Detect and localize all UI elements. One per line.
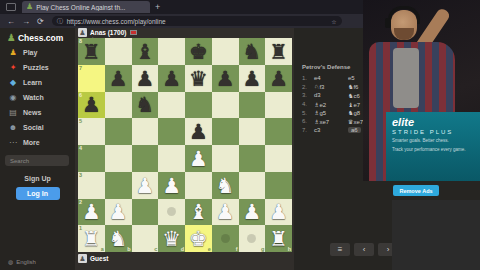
square-b6[interactable] bbox=[105, 92, 132, 119]
square-h3[interactable] bbox=[265, 172, 292, 199]
remove-ads-button[interactable]: Remove Ads bbox=[393, 185, 439, 196]
log-in-button[interactable]: Log In bbox=[16, 187, 60, 200]
menu-button[interactable]: ≡ bbox=[330, 243, 350, 256]
rank-label: 7 bbox=[79, 65, 82, 71]
file-label: h bbox=[288, 246, 291, 252]
news-icon: ▤ bbox=[8, 108, 18, 117]
streamer-shirt bbox=[393, 48, 419, 108]
player-bar: ♟ Guest bbox=[78, 254, 108, 263]
square-c1[interactable]: c bbox=[132, 225, 159, 252]
black-rook[interactable]: ♜ bbox=[82, 41, 101, 62]
sidebar-item-label: More bbox=[23, 139, 40, 146]
square-f7[interactable]: ♟ bbox=[212, 65, 239, 92]
sidebar-item-label: Learn bbox=[23, 79, 42, 86]
square-b3[interactable] bbox=[105, 172, 132, 199]
file-label: f bbox=[236, 246, 238, 252]
square-f8[interactable] bbox=[212, 38, 239, 65]
streamer-webcam: elite STRIDE PLUS Smarter goals. Better … bbox=[363, 0, 480, 181]
square-g5[interactable] bbox=[239, 118, 266, 145]
watch-icon: ◉ bbox=[8, 93, 18, 102]
sidebar-item-watch[interactable]: ◉Watch bbox=[0, 90, 75, 105]
square-f2[interactable]: ♟ bbox=[212, 199, 239, 226]
black-knight[interactable]: ♞ bbox=[242, 41, 261, 62]
black-rook[interactable]: ♜ bbox=[269, 41, 288, 62]
sidebar-item-more[interactable]: ⋯More bbox=[0, 135, 75, 150]
file-label: a bbox=[101, 246, 104, 252]
headphones-icon bbox=[388, 6, 420, 24]
white-knight[interactable]: ♞ bbox=[109, 228, 128, 249]
square-a6[interactable]: 6♟ bbox=[78, 92, 105, 119]
step-back-button[interactable]: ‹ bbox=[354, 243, 374, 256]
rank-label: 3 bbox=[79, 172, 82, 178]
square-d6[interactable] bbox=[158, 92, 185, 119]
square-b1[interactable]: b♞ bbox=[105, 225, 132, 252]
square-h7[interactable]: ♟ bbox=[265, 65, 292, 92]
chesscom-favicon: ♟ bbox=[26, 3, 33, 11]
move-number: 7. bbox=[302, 127, 314, 133]
square-d3[interactable]: ♟ bbox=[158, 172, 185, 199]
sidebar-item-label: Puzzles bbox=[23, 64, 49, 71]
white-pawn[interactable]: ♟ bbox=[109, 201, 128, 222]
move-number: 1. bbox=[302, 75, 314, 81]
file-label: g bbox=[261, 246, 264, 252]
square-d7[interactable]: ♟ bbox=[158, 65, 185, 92]
legal-move-dot[interactable] bbox=[221, 234, 230, 243]
sidebar-item-social[interactable]: ☻Social bbox=[0, 120, 75, 135]
square-g2[interactable]: ♟ bbox=[239, 199, 266, 226]
bookmark-star-icon[interactable]: ☆ bbox=[331, 18, 336, 25]
white-move[interactable]: c3 bbox=[314, 127, 348, 133]
white-knight[interactable]: ♞ bbox=[216, 175, 235, 196]
legal-move-dot[interactable] bbox=[247, 234, 256, 243]
white-move[interactable]: d3 bbox=[314, 92, 348, 98]
square-e7[interactable]: ♛ bbox=[185, 65, 212, 92]
black-pawn[interactable]: ♟ bbox=[82, 94, 101, 115]
square-a2[interactable]: 2♟ bbox=[78, 199, 105, 226]
white-bishop[interactable]: ♝ bbox=[189, 201, 208, 222]
square-b8[interactable] bbox=[105, 38, 132, 65]
white-move[interactable]: ♗xe7 bbox=[314, 118, 348, 125]
rank-label: 2 bbox=[79, 199, 82, 205]
white-pawn[interactable]: ♟ bbox=[82, 201, 101, 222]
white-pawn[interactable]: ♟ bbox=[135, 175, 154, 196]
file-label: b bbox=[127, 246, 130, 252]
square-h6[interactable] bbox=[265, 92, 292, 119]
rank-label: 8 bbox=[79, 38, 82, 44]
firefox-view-icon[interactable] bbox=[6, 3, 16, 11]
headphone-earcup bbox=[385, 18, 391, 28]
square-e8[interactable]: ♚ bbox=[185, 38, 212, 65]
square-g1[interactable]: g bbox=[239, 225, 266, 252]
player-avatar[interactable]: ♟ bbox=[78, 254, 87, 263]
ad-subtitle: STRIDE PLUS bbox=[392, 129, 474, 135]
rank-label: 6 bbox=[79, 92, 82, 98]
logo-pawn-icon: ♟ bbox=[7, 32, 16, 43]
white-queen[interactable]: ♛ bbox=[162, 228, 181, 249]
square-h1[interactable]: h♜ bbox=[265, 225, 292, 252]
square-a8[interactable]: 8♜ bbox=[78, 38, 105, 65]
black-pawn[interactable]: ♟ bbox=[109, 68, 128, 89]
black-pawn[interactable]: ♟ bbox=[162, 68, 181, 89]
square-a3[interactable]: 3 bbox=[78, 172, 105, 199]
rank-label: 1 bbox=[79, 225, 82, 231]
globe-icon: ◍ bbox=[8, 258, 13, 265]
back-button[interactable]: ← bbox=[7, 17, 15, 26]
square-f6[interactable] bbox=[212, 92, 239, 119]
sponsor-ad[interactable]: elite STRIDE PLUS Smarter goals. Better … bbox=[386, 112, 480, 181]
black-pawn[interactable]: ♟ bbox=[216, 68, 235, 89]
site-info-icon[interactable]: ⓘ bbox=[57, 17, 63, 26]
black-pawn[interactable]: ♟ bbox=[135, 68, 154, 89]
url-text: https://www.chess.com/play/online bbox=[67, 18, 328, 25]
move-number: 3. bbox=[302, 92, 314, 98]
rank-label: 4 bbox=[79, 145, 82, 151]
ad-line1: Smarter goals. Better chess. bbox=[392, 138, 474, 144]
sidebar-item-news[interactable]: ▤News bbox=[0, 105, 75, 120]
square-e4[interactable]: ♟ bbox=[185, 145, 212, 172]
square-b7[interactable]: ♟ bbox=[105, 65, 132, 92]
square-d5[interactable] bbox=[158, 118, 185, 145]
sidebar-item-label: News bbox=[23, 109, 41, 116]
square-d4[interactable] bbox=[158, 145, 185, 172]
square-c3[interactable]: ♟ bbox=[132, 172, 159, 199]
opponent-name[interactable]: Anas (1700) bbox=[90, 28, 127, 37]
rank-label: 5 bbox=[79, 118, 82, 124]
square-d8[interactable] bbox=[158, 38, 185, 65]
language-selector[interactable]: ◍ English bbox=[8, 258, 36, 265]
white-move[interactable]: e4 bbox=[314, 75, 348, 81]
square-c5[interactable] bbox=[132, 118, 159, 145]
white-move[interactable]: ♗e2 bbox=[314, 101, 348, 108]
white-pawn[interactable]: ♟ bbox=[242, 201, 261, 222]
move-number: 4. bbox=[302, 101, 314, 107]
square-h8[interactable]: ♜ bbox=[265, 38, 292, 65]
opponent-avatar[interactable]: ♟ bbox=[78, 28, 87, 37]
square-g6[interactable] bbox=[239, 92, 266, 119]
square-a4[interactable]: 4 bbox=[78, 145, 105, 172]
square-h5[interactable] bbox=[265, 118, 292, 145]
more-icon: ⋯ bbox=[8, 138, 18, 147]
move-number: 2. bbox=[302, 84, 314, 90]
square-e2[interactable]: ♝ bbox=[185, 199, 212, 226]
square-e1[interactable]: e♚ bbox=[185, 225, 212, 252]
forward-button[interactable]: → bbox=[22, 17, 30, 26]
white-pawn[interactable]: ♟ bbox=[269, 201, 288, 222]
square-a1[interactable]: 1a♜ bbox=[78, 225, 105, 252]
square-e6[interactable] bbox=[185, 92, 212, 119]
file-label: c bbox=[154, 246, 157, 252]
black-pawn[interactable]: ♟ bbox=[242, 68, 261, 89]
square-f3[interactable]: ♞ bbox=[212, 172, 239, 199]
white-move[interactable]: ♗g5 bbox=[314, 109, 348, 116]
sidebar-item-label: Play bbox=[23, 49, 37, 56]
square-c7[interactable]: ♟ bbox=[132, 65, 159, 92]
sidebar-item-puzzles[interactable]: ✦Puzzles bbox=[0, 60, 75, 75]
move-number: 5. bbox=[302, 110, 314, 116]
black-king[interactable]: ♚ bbox=[189, 41, 208, 62]
square-f5[interactable] bbox=[212, 118, 239, 145]
sidebar-item-label: Watch bbox=[23, 94, 44, 101]
square-g3[interactable] bbox=[239, 172, 266, 199]
address-bar[interactable]: ⓘ https://www.chess.com/play/online ☆ bbox=[52, 16, 342, 26]
square-a5[interactable]: 5 bbox=[78, 118, 105, 145]
square-c4[interactable] bbox=[132, 145, 159, 172]
file-label: d bbox=[181, 246, 184, 252]
white-rook[interactable]: ♜ bbox=[269, 228, 288, 249]
sidebar-item-learn[interactable]: ◆Learn bbox=[0, 75, 75, 90]
file-label: e bbox=[208, 246, 211, 252]
social-icon: ☻ bbox=[8, 123, 18, 132]
square-g7[interactable]: ♟ bbox=[239, 65, 266, 92]
square-e3[interactable] bbox=[185, 172, 212, 199]
opening-name[interactable]: Petrov's Defense bbox=[302, 64, 350, 70]
square-h4[interactable] bbox=[265, 145, 292, 172]
play-icon: ♟ bbox=[8, 48, 18, 57]
sidebar-item-play[interactable]: ♟Play bbox=[0, 45, 75, 60]
white-pawn[interactable]: ♟ bbox=[216, 201, 235, 222]
puzzles-icon: ✦ bbox=[8, 63, 18, 72]
square-g4[interactable] bbox=[239, 145, 266, 172]
white-rook[interactable]: ♜ bbox=[82, 228, 101, 249]
tab-title: Play Chess Online Against th... bbox=[36, 4, 146, 11]
square-g8[interactable]: ♞ bbox=[239, 38, 266, 65]
square-f4[interactable] bbox=[212, 145, 239, 172]
ad-brand: elite bbox=[392, 117, 474, 128]
logo-text: Chess.com bbox=[18, 33, 63, 43]
chesscom-logo[interactable]: ♟ Chess.com bbox=[0, 28, 75, 45]
white-pawn[interactable]: ♟ bbox=[189, 148, 208, 169]
sign-up-button[interactable]: Sign Up bbox=[0, 175, 75, 182]
square-e5[interactable]: ♟ bbox=[185, 118, 212, 145]
square-c6[interactable]: ♞ bbox=[132, 92, 159, 119]
learn-icon: ◆ bbox=[8, 78, 18, 87]
chess-board[interactable]: 8♜♝♚♞♜7♟♟♟♛♟♟♟6♟♞5♟4♟3♟♟♞2♟♟♝♟♟♟1a♜b♞cd♛… bbox=[78, 38, 292, 252]
black-knight[interactable]: ♞ bbox=[135, 94, 154, 115]
square-c2[interactable] bbox=[132, 199, 159, 226]
new-tab-button[interactable]: + bbox=[155, 2, 160, 12]
move-number: 6. bbox=[302, 118, 314, 124]
black-queen[interactable]: ♛ bbox=[189, 68, 208, 89]
sidebar-item-label: Social bbox=[23, 124, 44, 131]
browser-tab[interactable]: ♟ Play Chess Online Against th... bbox=[22, 1, 150, 13]
square-b4[interactable] bbox=[105, 145, 132, 172]
square-f1[interactable]: f bbox=[212, 225, 239, 252]
ad-line2: Track your performance every game. bbox=[392, 147, 474, 153]
square-d2[interactable] bbox=[158, 199, 185, 226]
square-b5[interactable] bbox=[105, 118, 132, 145]
black-pawn[interactable]: ♟ bbox=[269, 68, 288, 89]
black-bishop[interactable]: ♝ bbox=[135, 41, 154, 62]
white-move[interactable]: ♘f3 bbox=[314, 83, 348, 90]
square-h2[interactable]: ♟ bbox=[265, 199, 292, 226]
reload-button[interactable]: ⟳ bbox=[37, 17, 44, 26]
white-pawn[interactable]: ♟ bbox=[162, 175, 181, 196]
language-label: English bbox=[16, 259, 36, 265]
search-input[interactable]: Search bbox=[5, 155, 69, 166]
square-d1[interactable]: d♛ bbox=[158, 225, 185, 252]
white-king[interactable]: ♚ bbox=[189, 228, 208, 249]
square-b2[interactable]: ♟ bbox=[105, 199, 132, 226]
ad-placeholder bbox=[392, 200, 480, 270]
black-move[interactable]: a6 bbox=[348, 127, 361, 133]
square-a7[interactable]: 7 bbox=[78, 65, 105, 92]
opponent-flag-icon bbox=[130, 30, 137, 35]
legal-move-dot[interactable] bbox=[167, 207, 176, 216]
square-c8[interactable]: ♝ bbox=[132, 38, 159, 65]
sidebar: ♟ Chess.com ♟Play✦Puzzles◆Learn◉Watch▤Ne… bbox=[0, 28, 75, 270]
black-pawn[interactable]: ♟ bbox=[189, 121, 208, 142]
player-name[interactable]: Guest bbox=[90, 254, 108, 263]
